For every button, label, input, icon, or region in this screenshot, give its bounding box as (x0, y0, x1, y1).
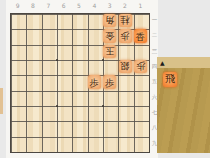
piece-glyph: 金 (105, 30, 115, 43)
piece-gote-2一[interactable]: 桂 (119, 14, 132, 27)
hoshi-dot (56, 105, 59, 108)
shogi-app-screen: 987654321 一二三四五六七八九 ▲ 飛 角桂金歩香玉銀歩歩歩 (0, 0, 210, 158)
piece-gote-3二[interactable]: 金 (103, 29, 116, 42)
komadai-header: ▲ (157, 57, 210, 68)
piece-glyph: 香 (136, 30, 146, 43)
piece-gote-2四[interactable]: 銀 (119, 60, 132, 73)
file-label-9: 9 (10, 1, 25, 11)
piece-gote-3三[interactable]: 玉 (103, 45, 116, 58)
piece-glyph: 歩 (105, 76, 115, 89)
komadai-tray: 飛 (157, 68, 210, 153)
hoshi-dot (56, 59, 59, 62)
piece-gote-1四[interactable]: 歩 (134, 60, 147, 73)
piece-sente-4五[interactable]: 歩 (88, 75, 101, 88)
rank-label-2: 二 (150, 28, 159, 43)
piece-glyph: 歩 (90, 76, 100, 89)
file-label-6: 6 (56, 1, 71, 11)
file-label-1: 1 (133, 1, 148, 11)
piece-gote-2二[interactable]: 歩 (119, 29, 132, 42)
rank-label-1: 一 (150, 13, 159, 28)
piece-glyph: 歩 (136, 60, 146, 73)
piece-glyph: 銀 (120, 60, 130, 73)
piece-gote-3一[interactable]: 角 (103, 14, 116, 27)
file-label-4: 4 (87, 1, 102, 11)
file-label-3: 3 (102, 1, 117, 11)
piece-sente-3五[interactable]: 歩 (103, 75, 116, 88)
piece-glyph: 玉 (105, 45, 115, 58)
gote-komadai-edge (0, 88, 3, 114)
hoshi-dot (102, 59, 105, 62)
file-label-8: 8 (25, 1, 40, 11)
hoshi-dot (102, 105, 105, 108)
hand-piece-飛[interactable]: 飛 (163, 72, 177, 87)
sente-triangle-icon: ▲ (160, 59, 165, 67)
piece-glyph: 桂 (120, 14, 130, 27)
file-label-5: 5 (71, 1, 86, 11)
file-label-2: 2 (117, 1, 132, 11)
piece-glyph: 歩 (120, 30, 130, 43)
file-label-7: 7 (41, 1, 56, 11)
piece-sente-1二[interactable]: 香 (134, 29, 147, 42)
sente-komadai[interactable]: ▲ 飛 (157, 57, 210, 153)
piece-glyph: 角 (105, 14, 115, 27)
piece-glyph: 飛 (165, 72, 175, 86)
